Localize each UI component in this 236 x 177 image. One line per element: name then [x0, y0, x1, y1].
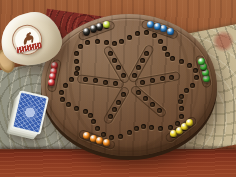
track-hole[interactable] — [184, 88, 189, 93]
track-hole[interactable] — [158, 39, 163, 44]
track-hole[interactable] — [66, 102, 71, 107]
track-hole[interactable] — [88, 113, 93, 118]
track-hole[interactable] — [74, 106, 79, 111]
yellow-marble[interactable] — [186, 119, 193, 126]
track-hole[interactable] — [127, 35, 132, 40]
home-hole-red[interactable] — [113, 81, 118, 86]
home-hole-green[interactable] — [150, 78, 155, 83]
photo-scene — [0, 0, 236, 177]
track-hole[interactable] — [165, 52, 170, 57]
track-hole[interactable] — [60, 97, 65, 102]
track-hole[interactable] — [179, 114, 184, 119]
track-hole[interactable] — [95, 126, 100, 131]
track-hole[interactable] — [127, 130, 132, 135]
track-hole[interactable] — [78, 44, 83, 49]
track-hole[interactable] — [187, 63, 192, 68]
track-hole[interactable] — [85, 40, 90, 45]
home-hole-blue[interactable] — [132, 73, 137, 78]
track-hole[interactable] — [194, 75, 199, 80]
track-hole[interactable] — [190, 83, 195, 88]
track-hole[interactable] — [134, 126, 139, 131]
home-hole-yellow[interactable] — [150, 102, 155, 107]
track-hole[interactable] — [69, 77, 74, 82]
track-hole[interactable] — [162, 46, 167, 51]
black-marble[interactable] — [90, 25, 97, 32]
track-hole[interactable] — [118, 134, 123, 139]
track-hole[interactable] — [179, 94, 184, 99]
blue-marble[interactable] — [147, 21, 154, 28]
home-hole-black[interactable] — [121, 73, 126, 78]
track-hole[interactable] — [170, 56, 175, 61]
track-hole[interactable] — [91, 119, 96, 124]
track-hole[interactable] — [83, 109, 88, 114]
home-hole-blue[interactable] — [144, 51, 149, 56]
track-hole[interactable] — [112, 41, 117, 46]
track-hole[interactable] — [135, 31, 140, 36]
track-hole[interactable] — [178, 99, 183, 104]
green-marble[interactable] — [198, 58, 205, 65]
blue-marble[interactable] — [154, 23, 161, 30]
red-marble[interactable] — [48, 79, 55, 86]
home-hole-yellow[interactable] — [157, 108, 162, 113]
track-hole[interactable] — [59, 90, 64, 95]
routed-slot — [130, 85, 168, 120]
track-hole[interactable] — [149, 125, 154, 130]
blue-marble[interactable] — [167, 28, 174, 35]
track-hole[interactable] — [75, 66, 80, 71]
track-hole[interactable] — [141, 124, 146, 129]
track-hole[interactable] — [63, 83, 68, 88]
track-hole[interactable] — [74, 51, 79, 56]
track-hole[interactable] — [104, 40, 109, 45]
home-hole-black[interactable] — [108, 51, 113, 56]
home-hole-red[interactable] — [103, 80, 108, 85]
track-hole[interactable] — [158, 126, 163, 131]
home-hole-green[interactable] — [140, 80, 145, 85]
track-hole[interactable] — [179, 59, 184, 64]
orange-marble[interactable] — [103, 139, 110, 146]
track-hole[interactable] — [74, 59, 79, 64]
black-marble[interactable] — [103, 21, 110, 28]
track-hole[interactable] — [179, 106, 184, 111]
track-hole[interactable] — [95, 39, 100, 44]
track-hole[interactable] — [119, 39, 124, 44]
routed-slot — [103, 86, 131, 126]
